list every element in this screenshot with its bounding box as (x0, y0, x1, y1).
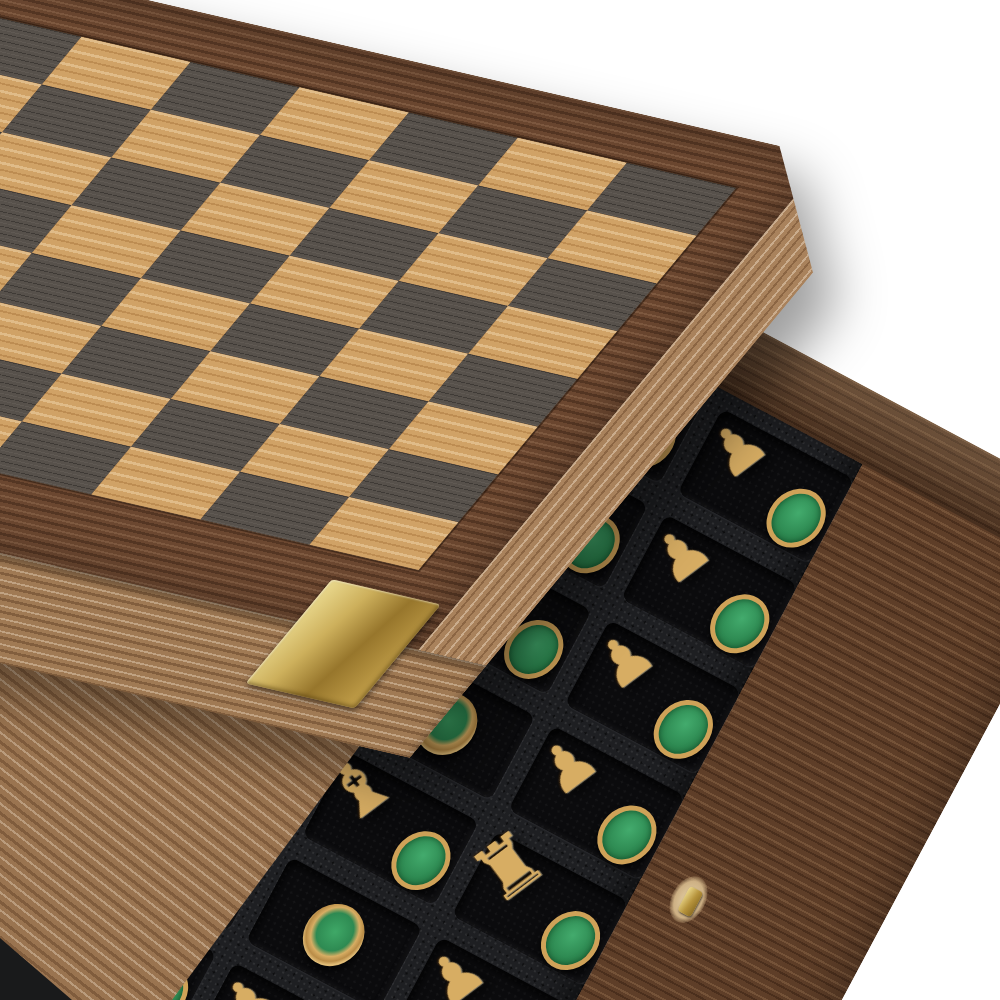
piece-base-disc (290, 891, 377, 979)
tray-piece-pawn: ♟ (696, 408, 777, 491)
tray-piece-pawn: ♟ (208, 961, 289, 1000)
tray-piece-pawn: ♟ (640, 513, 721, 596)
tray-piece-pawn: ♟ (584, 619, 665, 702)
felt-base (379, 819, 462, 902)
tray-piece-pawn: ♟ (414, 936, 495, 1000)
product-photo-scene: ♜♟♞♟♟♟♟♟♝♜♞♟♜♟ (0, 0, 1000, 1000)
tray-piece-pawn: ♟ (527, 724, 608, 807)
